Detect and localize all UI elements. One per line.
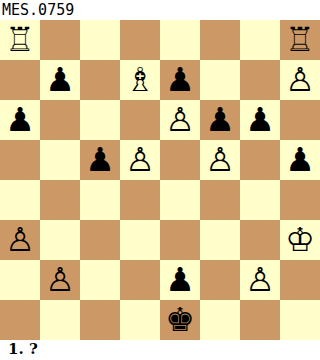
square-f7[interactable] xyxy=(200,60,240,100)
square-d6[interactable] xyxy=(120,100,160,140)
square-d8[interactable] xyxy=(120,20,160,60)
square-e7[interactable]: ♟ xyxy=(160,60,200,100)
chess-puzzle-diagram: MES.0759 ♖♖♟♗♟♙♟♙♟♟♟♙♙♟♙♔♙♟♙♚ 1. ? xyxy=(0,0,320,360)
square-f1[interactable] xyxy=(200,300,240,340)
square-e6[interactable]: ♙ xyxy=(160,100,200,140)
white-king-h3: ♔ xyxy=(285,220,315,260)
square-b5[interactable] xyxy=(40,140,80,180)
square-d2[interactable] xyxy=(120,260,160,300)
square-h3[interactable]: ♔ xyxy=(280,220,320,260)
square-b7[interactable]: ♟ xyxy=(40,60,80,100)
square-b8[interactable] xyxy=(40,20,80,60)
white-pawn-a3: ♙ xyxy=(5,220,35,260)
square-e2[interactable]: ♟ xyxy=(160,260,200,300)
square-h4[interactable] xyxy=(280,180,320,220)
square-f2[interactable] xyxy=(200,260,240,300)
white-pawn-f5: ♙ xyxy=(205,140,235,180)
square-e5[interactable] xyxy=(160,140,200,180)
square-g2[interactable]: ♙ xyxy=(240,260,280,300)
square-b1[interactable] xyxy=(40,300,80,340)
square-a7[interactable] xyxy=(0,60,40,100)
square-a3[interactable]: ♙ xyxy=(0,220,40,260)
black-pawn-b7: ♟ xyxy=(45,60,75,100)
chess-board: ♖♖♟♗♟♙♟♙♟♟♟♙♙♟♙♔♙♟♙♚ xyxy=(0,20,320,340)
square-b4[interactable] xyxy=(40,180,80,220)
square-c2[interactable] xyxy=(80,260,120,300)
square-d5[interactable]: ♙ xyxy=(120,140,160,180)
square-h1[interactable] xyxy=(280,300,320,340)
square-a2[interactable] xyxy=(0,260,40,300)
square-b2[interactable]: ♙ xyxy=(40,260,80,300)
black-pawn-g6: ♟ xyxy=(245,100,275,140)
square-a1[interactable] xyxy=(0,300,40,340)
white-pawn-g2: ♙ xyxy=(245,260,275,300)
square-e3[interactable] xyxy=(160,220,200,260)
square-g5[interactable] xyxy=(240,140,280,180)
black-king-e1: ♚ xyxy=(165,300,195,340)
square-f6[interactable]: ♟ xyxy=(200,100,240,140)
white-pawn-e6: ♙ xyxy=(165,100,195,140)
square-h5[interactable]: ♟ xyxy=(280,140,320,180)
square-g3[interactable] xyxy=(240,220,280,260)
white-pawn-b2: ♙ xyxy=(45,260,75,300)
black-pawn-f6: ♟ xyxy=(205,100,235,140)
square-c1[interactable] xyxy=(80,300,120,340)
square-d7[interactable]: ♗ xyxy=(120,60,160,100)
square-d3[interactable] xyxy=(120,220,160,260)
white-pawn-d5: ♙ xyxy=(125,140,155,180)
square-g8[interactable] xyxy=(240,20,280,60)
square-f8[interactable] xyxy=(200,20,240,60)
square-g1[interactable] xyxy=(240,300,280,340)
square-a4[interactable] xyxy=(0,180,40,220)
square-d4[interactable] xyxy=(120,180,160,220)
square-f4[interactable] xyxy=(200,180,240,220)
square-a6[interactable]: ♟ xyxy=(0,100,40,140)
square-a8[interactable]: ♖ xyxy=(0,20,40,60)
square-h6[interactable] xyxy=(280,100,320,140)
square-b6[interactable] xyxy=(40,100,80,140)
square-a5[interactable] xyxy=(0,140,40,180)
square-c5[interactable]: ♟ xyxy=(80,140,120,180)
square-e1[interactable]: ♚ xyxy=(160,300,200,340)
white-bishop-d7: ♗ xyxy=(125,60,155,100)
square-b3[interactable] xyxy=(40,220,80,260)
square-g6[interactable]: ♟ xyxy=(240,100,280,140)
square-c7[interactable] xyxy=(80,60,120,100)
puzzle-title: MES.0759 xyxy=(0,0,320,20)
square-g4[interactable] xyxy=(240,180,280,220)
white-rook-a8: ♖ xyxy=(5,20,35,60)
square-e4[interactable] xyxy=(160,180,200,220)
white-rook-h8: ♖ xyxy=(285,20,315,60)
square-h8[interactable]: ♖ xyxy=(280,20,320,60)
move-prompt: 1. ? xyxy=(0,340,320,360)
square-c3[interactable] xyxy=(80,220,120,260)
black-pawn-a6: ♟ xyxy=(5,100,35,140)
square-e8[interactable] xyxy=(160,20,200,60)
square-g7[interactable] xyxy=(240,60,280,100)
square-c6[interactable] xyxy=(80,100,120,140)
black-pawn-e2: ♟ xyxy=(165,260,195,300)
square-h7[interactable]: ♙ xyxy=(280,60,320,100)
square-f5[interactable]: ♙ xyxy=(200,140,240,180)
square-c8[interactable] xyxy=(80,20,120,60)
black-pawn-h5: ♟ xyxy=(285,140,315,180)
square-f3[interactable] xyxy=(200,220,240,260)
square-c4[interactable] xyxy=(80,180,120,220)
black-pawn-e7: ♟ xyxy=(165,60,195,100)
black-pawn-c5: ♟ xyxy=(85,140,115,180)
square-h2[interactable] xyxy=(280,260,320,300)
white-pawn-h7: ♙ xyxy=(285,60,315,100)
square-d1[interactable] xyxy=(120,300,160,340)
